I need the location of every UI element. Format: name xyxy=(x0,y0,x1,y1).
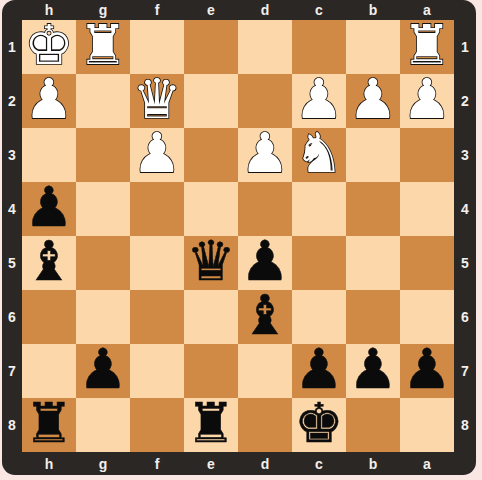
file-label-bottom-h: h xyxy=(22,452,76,475)
square-a7[interactable]: ♟ xyxy=(400,344,454,398)
square-b3[interactable] xyxy=(346,128,400,182)
piece-white-rook-a1[interactable]: ♜ xyxy=(402,18,451,72)
piece-black-king-c8[interactable]: ♚ xyxy=(294,396,343,450)
rank-label-right-1: 1 xyxy=(454,20,476,74)
piece-white-rook-g1[interactable]: ♜ xyxy=(78,18,127,72)
square-e3[interactable] xyxy=(184,128,238,182)
file-label-top-f: f xyxy=(130,0,184,20)
square-a8[interactable] xyxy=(400,398,454,452)
square-h1[interactable]: ♚ xyxy=(22,20,76,74)
piece-black-rook-h8[interactable]: ♜ xyxy=(24,396,73,450)
square-d6[interactable]: ♝ xyxy=(238,290,292,344)
piece-black-pawn-b7[interactable]: ♟ xyxy=(348,342,397,396)
square-g5[interactable] xyxy=(76,236,130,290)
square-e6[interactable] xyxy=(184,290,238,344)
rank-label-left-5: 5 xyxy=(2,236,22,290)
square-f6[interactable] xyxy=(130,290,184,344)
square-h8[interactable]: ♜ xyxy=(22,398,76,452)
square-b7[interactable]: ♟ xyxy=(346,344,400,398)
square-b5[interactable] xyxy=(346,236,400,290)
square-g2[interactable] xyxy=(76,74,130,128)
square-c3[interactable]: ♞ xyxy=(292,128,346,182)
piece-black-rook-e8[interactable]: ♜ xyxy=(186,396,235,450)
square-g1[interactable]: ♜ xyxy=(76,20,130,74)
rank-label-left-4: 4 xyxy=(2,182,22,236)
square-e5[interactable]: ♛ xyxy=(184,236,238,290)
piece-white-pawn-c2[interactable]: ♟ xyxy=(294,72,343,126)
square-a3[interactable] xyxy=(400,128,454,182)
rank-label-right-5: 5 xyxy=(454,236,476,290)
square-f4[interactable] xyxy=(130,182,184,236)
rank-label-right-6: 6 xyxy=(454,290,476,344)
square-c7[interactable]: ♟ xyxy=(292,344,346,398)
square-b2[interactable]: ♟ xyxy=(346,74,400,128)
piece-black-queen-e5[interactable]: ♛ xyxy=(186,234,235,288)
file-label-top-b: b xyxy=(346,0,400,20)
rank-label-right-7: 7 xyxy=(454,344,476,398)
file-label-bottom-g: g xyxy=(76,452,130,475)
square-b1[interactable] xyxy=(346,20,400,74)
square-a6[interactable] xyxy=(400,290,454,344)
piece-black-pawn-d5[interactable]: ♟ xyxy=(240,234,289,288)
square-f5[interactable] xyxy=(130,236,184,290)
piece-white-pawn-f3[interactable]: ♟ xyxy=(132,126,181,180)
square-d2[interactable] xyxy=(238,74,292,128)
square-a5[interactable] xyxy=(400,236,454,290)
square-c4[interactable] xyxy=(292,182,346,236)
square-h2[interactable]: ♟ xyxy=(22,74,76,128)
piece-white-pawn-h2[interactable]: ♟ xyxy=(24,72,73,126)
file-label-bottom-b: b xyxy=(346,452,400,475)
square-h5[interactable]: ♝ xyxy=(22,236,76,290)
rank-label-right-3: 3 xyxy=(454,128,476,182)
rank-label-right-2: 2 xyxy=(454,74,476,128)
rank-label-left-7: 7 xyxy=(2,344,22,398)
chess-board: hhggffeeddccbbaa1122334455667788♚♜♜♟♛♟♟♟… xyxy=(2,0,476,475)
square-h3[interactable] xyxy=(22,128,76,182)
rank-label-left-3: 3 xyxy=(2,128,22,182)
piece-black-pawn-a7[interactable]: ♟ xyxy=(402,342,451,396)
rank-label-left-6: 6 xyxy=(2,290,22,344)
square-d5[interactable]: ♟ xyxy=(238,236,292,290)
square-a4[interactable] xyxy=(400,182,454,236)
file-label-top-d: d xyxy=(238,0,292,20)
square-f8[interactable] xyxy=(130,398,184,452)
file-label-bottom-f: f xyxy=(130,452,184,475)
piece-black-bishop-d6[interactable]: ♝ xyxy=(240,288,289,342)
square-e8[interactable]: ♜ xyxy=(184,398,238,452)
file-label-bottom-a: a xyxy=(400,452,454,475)
rank-label-left-8: 8 xyxy=(2,398,22,452)
square-c2[interactable]: ♟ xyxy=(292,74,346,128)
square-h6[interactable] xyxy=(22,290,76,344)
square-f1[interactable] xyxy=(130,20,184,74)
piece-white-pawn-d3[interactable]: ♟ xyxy=(240,126,289,180)
file-label-bottom-c: c xyxy=(292,452,346,475)
square-e2[interactable] xyxy=(184,74,238,128)
square-e7[interactable] xyxy=(184,344,238,398)
square-d3[interactable]: ♟ xyxy=(238,128,292,182)
piece-white-queen-f2[interactable]: ♛ xyxy=(132,72,181,126)
square-f2[interactable]: ♛ xyxy=(130,74,184,128)
square-b6[interactable] xyxy=(346,290,400,344)
square-d4[interactable] xyxy=(238,182,292,236)
file-label-top-c: c xyxy=(292,0,346,20)
rank-label-right-4: 4 xyxy=(454,182,476,236)
square-b4[interactable] xyxy=(346,182,400,236)
rank-label-right-8: 8 xyxy=(454,398,476,452)
square-d8[interactable] xyxy=(238,398,292,452)
square-e4[interactable] xyxy=(184,182,238,236)
piece-black-bishop-h5[interactable]: ♝ xyxy=(24,234,73,288)
piece-black-pawn-g7[interactable]: ♟ xyxy=(78,342,127,396)
square-c6[interactable] xyxy=(292,290,346,344)
square-g7[interactable]: ♟ xyxy=(76,344,130,398)
piece-black-pawn-c7[interactable]: ♟ xyxy=(294,342,343,396)
piece-white-pawn-b2[interactable]: ♟ xyxy=(348,72,397,126)
square-a2[interactable]: ♟ xyxy=(400,74,454,128)
piece-white-knight-c3[interactable]: ♞ xyxy=(294,126,343,180)
square-a1[interactable]: ♜ xyxy=(400,20,454,74)
piece-white-pawn-a2[interactable]: ♟ xyxy=(402,72,451,126)
square-e1[interactable] xyxy=(184,20,238,74)
square-g8[interactable] xyxy=(76,398,130,452)
file-label-bottom-d: d xyxy=(238,452,292,475)
square-c5[interactable] xyxy=(292,236,346,290)
piece-black-pawn-h4[interactable]: ♟ xyxy=(24,180,73,234)
file-label-bottom-e: e xyxy=(184,452,238,475)
file-label-top-e: e xyxy=(184,0,238,20)
square-h7[interactable] xyxy=(22,344,76,398)
square-b8[interactable] xyxy=(346,398,400,452)
square-c1[interactable] xyxy=(292,20,346,74)
rank-label-left-2: 2 xyxy=(2,74,22,128)
square-f7[interactable] xyxy=(130,344,184,398)
rank-label-left-1: 1 xyxy=(2,20,22,74)
square-h4[interactable]: ♟ xyxy=(22,182,76,236)
square-g6[interactable] xyxy=(76,290,130,344)
square-f3[interactable]: ♟ xyxy=(130,128,184,182)
board-frame: hhggffeeddccbbaa1122334455667788♚♜♜♟♛♟♟♟… xyxy=(2,0,476,475)
square-d7[interactable] xyxy=(238,344,292,398)
square-c8[interactable]: ♚ xyxy=(292,398,346,452)
square-d1[interactable] xyxy=(238,20,292,74)
piece-white-king-h1[interactable]: ♚ xyxy=(24,18,73,72)
square-g3[interactable] xyxy=(76,128,130,182)
square-g4[interactable] xyxy=(76,182,130,236)
